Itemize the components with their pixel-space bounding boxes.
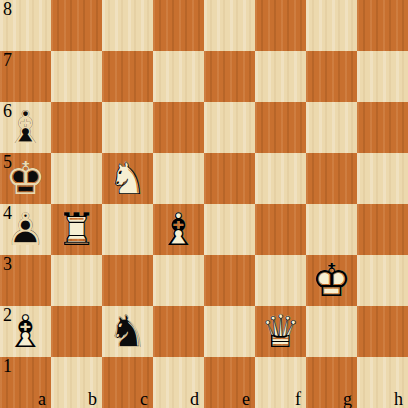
white-bishop-outline-icon: ♗ — [153, 204, 204, 255]
square-g2[interactable] — [306, 306, 357, 357]
piece-white-bishop-d4[interactable]: ♝♗ — [153, 204, 204, 255]
square-e6[interactable] — [204, 102, 255, 153]
rank-label-2: 2 — [3, 305, 12, 325]
square-h8[interactable] — [357, 0, 408, 51]
square-d4[interactable]: ♝♗ — [153, 204, 204, 255]
square-c3[interactable] — [102, 255, 153, 306]
square-h1[interactable]: h — [357, 357, 408, 408]
file-label-b: b — [88, 390, 97, 408]
square-e3[interactable] — [204, 255, 255, 306]
square-f5[interactable] — [255, 153, 306, 204]
piece-white-king-g3[interactable]: ♚♔ — [306, 255, 357, 306]
file-label-d: d — [190, 390, 199, 408]
rank-label-8: 8 — [3, 0, 12, 19]
piece-black-knight-c2[interactable]: ♞♘ — [102, 306, 153, 357]
square-a5[interactable]: 5♚♔ — [0, 153, 51, 204]
file-label-a: a — [38, 390, 46, 408]
chess-board: 876♝♗5♚♔♞♘4♟♙♜♖♝♗3♚♔2♝♗♞♘♛♕1abcdefgh — [0, 0, 408, 408]
square-h4[interactable] — [357, 204, 408, 255]
square-d2[interactable] — [153, 306, 204, 357]
piece-white-knight-c5[interactable]: ♞♘ — [102, 153, 153, 204]
square-d5[interactable] — [153, 153, 204, 204]
square-g8[interactable] — [306, 0, 357, 51]
rank-label-6: 6 — [3, 101, 12, 121]
square-a1[interactable]: 1a — [0, 357, 51, 408]
square-f1[interactable]: f — [255, 357, 306, 408]
square-b2[interactable] — [51, 306, 102, 357]
square-c8[interactable] — [102, 0, 153, 51]
file-label-c: c — [140, 390, 148, 408]
white-knight-outline-icon: ♘ — [102, 153, 153, 204]
piece-white-rook-b4[interactable]: ♜♖ — [51, 204, 102, 255]
white-queen-outline-icon: ♕ — [255, 306, 306, 357]
square-a7[interactable]: 7 — [0, 51, 51, 102]
square-h2[interactable] — [357, 306, 408, 357]
square-d8[interactable] — [153, 0, 204, 51]
file-label-f: f — [295, 390, 301, 408]
square-g1[interactable]: g — [306, 357, 357, 408]
rank-label-5: 5 — [3, 152, 12, 172]
square-f7[interactable] — [255, 51, 306, 102]
square-f6[interactable] — [255, 102, 306, 153]
file-label-g: g — [343, 390, 352, 408]
square-d6[interactable] — [153, 102, 204, 153]
rank-label-3: 3 — [3, 254, 12, 274]
file-label-h: h — [394, 390, 403, 408]
square-a8[interactable]: 8 — [0, 0, 51, 51]
square-c5[interactable]: ♞♘ — [102, 153, 153, 204]
square-b5[interactable] — [51, 153, 102, 204]
square-c1[interactable]: c — [102, 357, 153, 408]
square-d1[interactable]: d — [153, 357, 204, 408]
square-e2[interactable] — [204, 306, 255, 357]
square-b1[interactable]: b — [51, 357, 102, 408]
square-g4[interactable] — [306, 204, 357, 255]
square-h3[interactable] — [357, 255, 408, 306]
square-e8[interactable] — [204, 0, 255, 51]
black-knight-outline-icon: ♘ — [102, 306, 153, 357]
square-a3[interactable]: 3 — [0, 255, 51, 306]
square-e4[interactable] — [204, 204, 255, 255]
square-b7[interactable] — [51, 51, 102, 102]
piece-white-queen-f2[interactable]: ♛♕ — [255, 306, 306, 357]
square-d7[interactable] — [153, 51, 204, 102]
square-a2[interactable]: 2♝♗ — [0, 306, 51, 357]
square-f2[interactable]: ♛♕ — [255, 306, 306, 357]
rank-label-1: 1 — [3, 356, 12, 376]
square-h7[interactable] — [357, 51, 408, 102]
square-a6[interactable]: 6♝♗ — [0, 102, 51, 153]
square-a4[interactable]: 4♟♙ — [0, 204, 51, 255]
square-c4[interactable] — [102, 204, 153, 255]
square-g5[interactable] — [306, 153, 357, 204]
square-b6[interactable] — [51, 102, 102, 153]
square-f8[interactable] — [255, 0, 306, 51]
square-g7[interactable] — [306, 51, 357, 102]
square-e1[interactable]: e — [204, 357, 255, 408]
square-e5[interactable] — [204, 153, 255, 204]
square-h6[interactable] — [357, 102, 408, 153]
square-g3[interactable]: ♚♔ — [306, 255, 357, 306]
square-c6[interactable] — [102, 102, 153, 153]
square-f3[interactable] — [255, 255, 306, 306]
square-b4[interactable]: ♜♖ — [51, 204, 102, 255]
square-g6[interactable] — [306, 102, 357, 153]
rank-label-4: 4 — [3, 203, 12, 223]
square-e7[interactable] — [204, 51, 255, 102]
white-rook-outline-icon: ♖ — [51, 204, 102, 255]
square-b3[interactable] — [51, 255, 102, 306]
file-label-e: e — [242, 390, 250, 408]
square-d3[interactable] — [153, 255, 204, 306]
square-c2[interactable]: ♞♘ — [102, 306, 153, 357]
square-c7[interactable] — [102, 51, 153, 102]
square-b8[interactable] — [51, 0, 102, 51]
rank-label-7: 7 — [3, 50, 12, 70]
square-f4[interactable] — [255, 204, 306, 255]
white-king-outline-icon: ♔ — [306, 255, 357, 306]
square-h5[interactable] — [357, 153, 408, 204]
